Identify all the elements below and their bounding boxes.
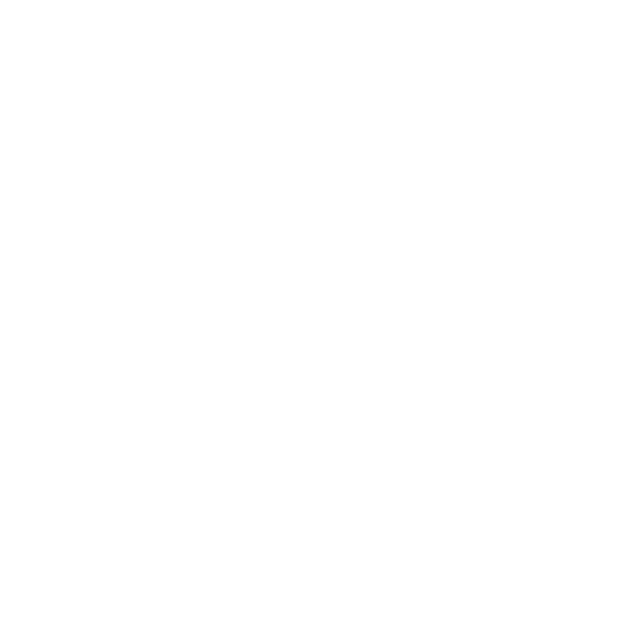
product-photo-stage <box>0 0 640 640</box>
